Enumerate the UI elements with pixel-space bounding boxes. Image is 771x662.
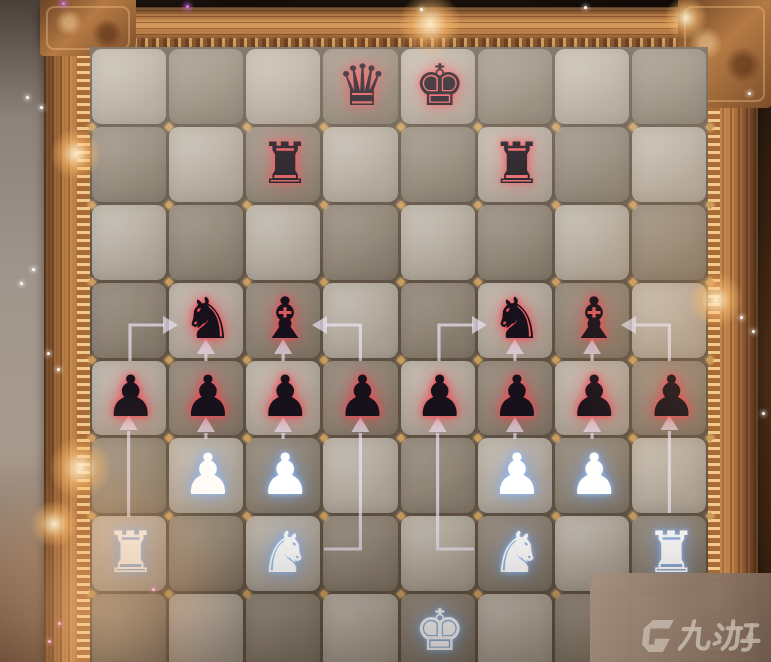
jiuyou-g-logo-icon xyxy=(639,619,677,653)
square-d5[interactable] xyxy=(323,283,397,358)
square-b1[interactable] xyxy=(169,594,243,662)
square-f6[interactable] xyxy=(478,205,552,280)
square-g6[interactable] xyxy=(555,205,629,280)
white-king-e1[interactable]: ♚ xyxy=(414,602,465,659)
square-a7[interactable] xyxy=(92,127,166,202)
square-f8[interactable] xyxy=(478,49,552,124)
square-d6[interactable] xyxy=(323,205,397,280)
square-h6[interactable] xyxy=(632,205,706,280)
square-d7[interactable] xyxy=(323,127,397,202)
game-scene: ♛♚♜♜♞♝♞♝♟♟♟♟♟♟♟♟♟♟♟♟♜♞♞♜♚ xyxy=(0,0,771,662)
square-a5[interactable] xyxy=(92,283,166,358)
square-d1[interactable] xyxy=(323,594,397,662)
square-a1[interactable] xyxy=(92,594,166,662)
square-h5[interactable] xyxy=(632,283,706,358)
square-a8[interactable] xyxy=(92,49,166,124)
square-e2[interactable] xyxy=(401,516,475,591)
white-pawn-b3[interactable]: ♟ xyxy=(182,446,233,503)
black-bishop-g5[interactable]: ♝ xyxy=(569,291,620,348)
black-queen-d8[interactable]: ♛ xyxy=(337,57,388,114)
white-pawn-g3[interactable]: ♟ xyxy=(569,446,620,503)
black-pawn-g4[interactable]: ♟ xyxy=(569,368,620,425)
frame-top-moulding xyxy=(42,7,764,47)
square-g7[interactable] xyxy=(555,127,629,202)
square-h8[interactable] xyxy=(632,49,706,124)
white-knight-f2[interactable]: ♞ xyxy=(491,524,542,581)
square-h3[interactable] xyxy=(632,438,706,513)
frame-left-moulding xyxy=(44,7,90,662)
white-knight-c2[interactable]: ♞ xyxy=(260,524,311,581)
black-pawn-c4[interactable]: ♟ xyxy=(260,368,311,425)
square-g8[interactable] xyxy=(555,49,629,124)
background-wall-left xyxy=(0,0,46,662)
square-d2[interactable] xyxy=(323,516,397,591)
black-pawn-d4[interactable]: ♟ xyxy=(337,368,388,425)
square-f1[interactable] xyxy=(478,594,552,662)
black-king-e8[interactable]: ♚ xyxy=(414,57,465,114)
square-b2[interactable] xyxy=(169,516,243,591)
jiuyou-text-glyphs xyxy=(677,618,767,654)
square-c8[interactable] xyxy=(246,49,320,124)
white-pawn-f3[interactable]: ♟ xyxy=(491,446,542,503)
black-rook-c7[interactable]: ♜ xyxy=(260,135,311,192)
black-rook-f7[interactable]: ♜ xyxy=(491,135,542,192)
square-c6[interactable] xyxy=(246,205,320,280)
square-a6[interactable] xyxy=(92,205,166,280)
black-pawn-b4[interactable]: ♟ xyxy=(182,368,233,425)
square-a3[interactable] xyxy=(92,438,166,513)
square-d3[interactable] xyxy=(323,438,397,513)
square-b6[interactable] xyxy=(169,205,243,280)
white-rook-a2[interactable]: ♜ xyxy=(105,524,156,581)
square-c1[interactable] xyxy=(246,594,320,662)
square-e7[interactable] xyxy=(401,127,475,202)
square-b7[interactable] xyxy=(169,127,243,202)
black-bishop-c5[interactable]: ♝ xyxy=(260,291,311,348)
watermark xyxy=(590,573,771,662)
black-pawn-a4[interactable]: ♟ xyxy=(105,368,156,425)
black-knight-f5[interactable]: ♞ xyxy=(491,291,542,348)
square-b8[interactable] xyxy=(169,49,243,124)
watermark-inner xyxy=(639,618,767,654)
chess-board: ♛♚♜♜♞♝♞♝♟♟♟♟♟♟♟♟♟♟♟♟♜♞♞♜♚ xyxy=(90,47,708,662)
white-pawn-c3[interactable]: ♟ xyxy=(260,446,311,503)
square-h7[interactable] xyxy=(632,127,706,202)
square-e6[interactable] xyxy=(401,205,475,280)
square-e5[interactable] xyxy=(401,283,475,358)
black-pawn-e4[interactable]: ♟ xyxy=(414,368,465,425)
board-grid xyxy=(90,47,708,662)
black-pawn-h4[interactable]: ♟ xyxy=(646,368,697,425)
black-pawn-f4[interactable]: ♟ xyxy=(491,368,542,425)
black-knight-b5[interactable]: ♞ xyxy=(182,291,233,348)
square-e3[interactable] xyxy=(401,438,475,513)
